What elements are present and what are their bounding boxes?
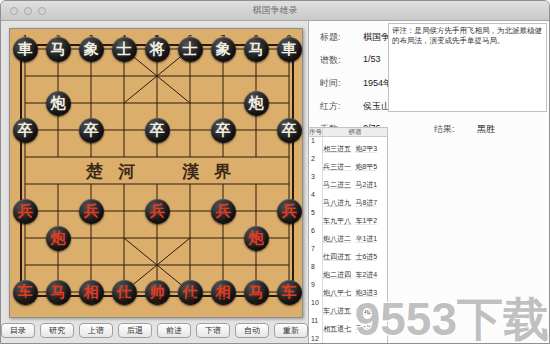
move-pair: 炮八进二 卒1进1	[323, 227, 387, 245]
move-pair: 兵三进一 炮8平5	[323, 155, 387, 173]
board-cell[interactable]: 車	[273, 36, 306, 63]
board-cell[interactable]: 卒	[273, 117, 306, 144]
field-title-label: 标题:	[320, 31, 363, 54]
move-list-row[interactable]: 1 相三进五 炮2平3	[309, 137, 387, 155]
black-move[interactable]: 车1平2	[355, 217, 377, 225]
toolbar-button-1[interactable]: 目录	[1, 323, 35, 338]
board-cell[interactable]	[207, 171, 240, 198]
black-move[interactable]: 炮2平3	[355, 145, 377, 153]
board-cell[interactable]: 兵	[9, 198, 42, 225]
move-number: 4	[309, 191, 323, 209]
board-cell[interactable]: 卒	[207, 117, 240, 144]
move-list-row[interactable]: 5 车九平八 车1平2	[309, 209, 387, 227]
black-piece[interactable]: 卒	[13, 118, 38, 143]
board-cell[interactable]	[108, 198, 141, 225]
board-cell[interactable]: 卒	[75, 117, 108, 144]
board-cell[interactable]	[75, 171, 108, 198]
comment-box: 评注：是局侯方先手用飞相局，为北派最稳健的布局法，演变成先手单提马局。	[388, 23, 547, 112]
board-cell[interactable]: 象	[75, 36, 108, 63]
move-list[interactable]: 序号 棋谱 1 相三进五 炮2平3 2 兵三进一 炮8平5 3 马二进三 马2进…	[309, 127, 388, 343]
toolbar-button-2[interactable]: 研究	[40, 323, 74, 338]
board-cell[interactable]	[207, 252, 240, 279]
move-list-row[interactable]: 2 兵三进一 炮8平5	[309, 155, 387, 173]
red-move[interactable]: 马八进九	[323, 199, 351, 207]
traffic-lights	[10, 7, 46, 15]
board-cell[interactable]: 士	[108, 36, 141, 63]
board-cell[interactable]	[108, 144, 141, 171]
board-cell[interactable]	[75, 63, 108, 90]
file-label: 一	[273, 295, 306, 306]
board-cell[interactable]	[141, 171, 174, 198]
board-cell[interactable]	[9, 90, 42, 117]
board-cell[interactable]	[273, 63, 306, 90]
move-number: 2	[309, 155, 323, 173]
board-cell[interactable]	[108, 225, 141, 252]
move-pair: 车九平八 车1平2	[323, 209, 387, 227]
window-title: 棋国争雄录	[253, 4, 298, 17]
board-cell[interactable]	[240, 198, 273, 225]
board-cell[interactable]	[42, 144, 75, 171]
board-cell[interactable]	[273, 225, 306, 252]
black-piece[interactable]: 卒	[145, 118, 170, 143]
board-cell[interactable]: 卒	[9, 117, 42, 144]
file-labels-red: 九八七六五四三二一	[9, 295, 306, 306]
black-piece[interactable]: 将	[145, 37, 170, 62]
board-cell[interactable]: 炮	[240, 225, 273, 252]
board-cell[interactable]	[174, 171, 207, 198]
field-number-label: 谱数:	[320, 54, 363, 77]
title-bar: 棋国争雄录	[1, 1, 549, 21]
board-cell[interactable]	[207, 144, 240, 171]
board-cell[interactable]	[141, 63, 174, 90]
file-label: 六	[108, 295, 141, 306]
red-move[interactable]: 马二进三	[323, 181, 351, 189]
board-cell[interactable]	[273, 90, 306, 117]
black-piece[interactable]: 马	[244, 37, 269, 62]
board-cell[interactable]	[174, 252, 207, 279]
file-label: 四	[174, 295, 207, 306]
board-cell[interactable]	[75, 225, 108, 252]
board-area: 123456789 楚河 漢界 車马象士将士象马車炮炮卒卒卒卒卒兵兵兵兵兵炮炮车…	[1, 21, 308, 343]
board-cell[interactable]	[42, 198, 75, 225]
move-list-row[interactable]: 11 相五退七 马1进2	[309, 317, 387, 335]
board-cell[interactable]	[273, 144, 306, 171]
black-piece[interactable]: 卒	[79, 118, 104, 143]
board-grid: 車马象士将士象马車炮炮卒卒卒卒卒兵兵兵兵兵炮炮车马相仕帅仕相马车	[9, 36, 306, 306]
move-list-header-no: 序号	[309, 128, 323, 136]
board-cell[interactable]	[9, 171, 42, 198]
move-list-row[interactable]: 4 马八进九 马8进7	[309, 191, 387, 209]
board-cell[interactable]	[174, 90, 207, 117]
move-list-header-move: 棋谱	[323, 128, 387, 136]
close-window-icon[interactable]	[10, 7, 18, 15]
board-cell[interactable]: 马	[240, 36, 273, 63]
red-move[interactable]: 炮八进二	[323, 235, 351, 243]
black-move[interactable]: 卒1进1	[355, 235, 377, 243]
board-cell[interactable]	[42, 171, 75, 198]
move-number: 3	[309, 173, 323, 191]
board-cell[interactable]	[75, 252, 108, 279]
move-pair: 炮二进四 车2进4	[323, 263, 387, 281]
board-cell[interactable]	[273, 252, 306, 279]
red-piece[interactable]: 兵	[211, 199, 236, 224]
red-move[interactable]: 兵三进一	[323, 163, 351, 171]
toolbar-button-5[interactable]: 前进	[157, 323, 191, 338]
move-list-row[interactable]: 8 炮二进四 车2进4	[309, 263, 387, 281]
board-cell[interactable]	[141, 144, 174, 171]
red-move[interactable]: 车八进五	[323, 307, 351, 315]
move-list-row[interactable]: 9 炮八平七 炮3进3	[309, 281, 387, 299]
black-piece[interactable]: 马	[46, 37, 71, 62]
field-result-value: 黑胜	[477, 123, 495, 146]
toolbar-button-7[interactable]: 自动	[235, 323, 269, 338]
minimize-window-icon[interactable]	[24, 7, 32, 15]
field-red-label: 红方:	[320, 100, 363, 123]
board-cell[interactable]: 兵	[141, 198, 174, 225]
move-list-row[interactable]: 10 车八进五 炮3进4	[309, 299, 387, 317]
red-piece[interactable]: 兵	[277, 199, 302, 224]
move-pair: 相五退七 马1进2	[323, 317, 387, 335]
board-cell[interactable]	[174, 117, 207, 144]
black-move[interactable]: 马1进2	[355, 325, 377, 333]
red-piece[interactable]: 兵	[79, 199, 104, 224]
board-cell[interactable]	[108, 63, 141, 90]
move-number: 7	[309, 245, 323, 263]
board-cell[interactable]	[207, 225, 240, 252]
board-cell[interactable]	[9, 144, 42, 171]
file-label: 三	[207, 295, 240, 306]
move-number: 11	[309, 317, 323, 335]
move-number: 6	[309, 227, 323, 245]
move-number: 10	[309, 299, 323, 317]
board-cell[interactable]	[273, 171, 306, 198]
move-pair: 相三进五 炮2平3	[323, 137, 387, 155]
red-piece[interactable]: 兵	[13, 199, 38, 224]
board-cell[interactable]	[240, 171, 273, 198]
board-cell[interactable]	[108, 117, 141, 144]
board-cell[interactable]: 象	[207, 36, 240, 63]
black-move[interactable]: 马8进7	[355, 199, 377, 207]
move-pair: 马二进三 马2进1	[323, 173, 387, 191]
move-list-row[interactable]: 7 仕四进五 士6进5	[309, 245, 387, 263]
red-piece[interactable]: 炮	[46, 226, 71, 251]
toolbar-button-3[interactable]: 上谱	[79, 323, 113, 338]
black-move[interactable]: 士6进5	[355, 253, 377, 261]
move-pair: 马八进九 马8进7	[323, 191, 387, 209]
app-window: 棋国争雄录 123456789 楚河 漢界 車马象士将士象马車炮炮卒卒卒卒卒兵兵…	[0, 0, 550, 344]
comment-text: 评注：是局侯方先手用飞相局，为北派最稳健的布局法，演变成先手单提马局。	[392, 26, 542, 45]
move-number: 12	[309, 335, 323, 343]
board-cell[interactable]: 兵	[273, 198, 306, 225]
field-number-value: 1/53	[363, 54, 381, 77]
board-cell[interactable]	[240, 117, 273, 144]
move-list-row[interactable]: 6 炮八进二 卒1进1	[309, 227, 387, 245]
black-piece[interactable]: 炮	[46, 91, 71, 116]
move-pair: 车八进五 炮3进4	[323, 299, 387, 317]
red-move[interactable]: 仕四进五	[323, 253, 351, 261]
board-cell[interactable]	[42, 63, 75, 90]
board-cell[interactable]	[207, 90, 240, 117]
black-move[interactable]: 车2进4	[355, 271, 377, 279]
xiangqi-board: 123456789 楚河 漢界 車马象士将士象马車炮炮卒卒卒卒卒兵兵兵兵兵炮炮车…	[9, 28, 303, 318]
toolbar-button-6[interactable]: 下谱	[196, 323, 230, 338]
board-cell[interactable]	[75, 144, 108, 171]
file-label: 八	[42, 295, 75, 306]
move-number: 1	[309, 137, 323, 155]
file-label: 七	[75, 295, 108, 306]
black-piece[interactable]: 卒	[211, 118, 236, 143]
black-piece[interactable]: 士	[178, 37, 203, 62]
board-cell[interactable]: 炮	[240, 90, 273, 117]
black-piece[interactable]: 象	[211, 37, 236, 62]
board-cell[interactable]: 兵	[75, 198, 108, 225]
board-cell[interactable]	[240, 144, 273, 171]
red-move[interactable]: 炮八平七	[323, 289, 351, 297]
board-cell[interactable]	[75, 90, 108, 117]
zoom-window-icon[interactable]	[38, 7, 46, 15]
info-panel: 标题: 棋国争雄录 上册 第1局 谱数: 1/53 时间: 1954年 红方: …	[308, 21, 549, 343]
toolbar: 目录研究上谱后退前进下谱自动重新	[1, 323, 308, 338]
toolbar-button-4[interactable]: 后退	[118, 323, 152, 338]
move-rows: 1 相三进五 炮2平3 2 兵三进一 炮8平5 3 马二进三 马2进1 4 马八…	[309, 137, 387, 343]
board-cell[interactable]	[108, 90, 141, 117]
board-cell[interactable]	[174, 63, 207, 90]
black-piece[interactable]: 卒	[277, 118, 302, 143]
red-piece[interactable]: 炮	[244, 226, 269, 251]
red-move[interactable]: 相三进五	[323, 145, 351, 153]
black-piece[interactable]: 車	[13, 37, 38, 62]
red-move[interactable]: 炮二进四	[323, 271, 351, 279]
move-list-row[interactable]: 12 兵七进一 炮5平3	[309, 335, 387, 343]
board-cell[interactable]	[174, 144, 207, 171]
black-move[interactable]: 炮8平5	[355, 163, 377, 171]
file-label: 五	[141, 295, 174, 306]
board-cell[interactable]	[207, 63, 240, 90]
board-cell[interactable]	[108, 171, 141, 198]
black-piece[interactable]: 炮	[244, 91, 269, 116]
file-label: 二	[240, 295, 273, 306]
board-cell[interactable]: 卒	[141, 117, 174, 144]
field-result-label: 结果:	[434, 123, 477, 146]
red-move[interactable]: 相五退七	[323, 325, 351, 333]
board-cell[interactable]: 炮	[42, 90, 75, 117]
board-cell[interactable]	[174, 198, 207, 225]
board-cell[interactable]	[174, 225, 207, 252]
board-cell[interactable]	[240, 252, 273, 279]
move-number: 5	[309, 209, 323, 227]
move-list-row[interactable]: 3 马二进三 马2进1	[309, 173, 387, 191]
red-piece[interactable]: 兵	[145, 199, 170, 224]
black-move[interactable]: 炮3进4	[355, 307, 377, 315]
board-cell[interactable]	[9, 252, 42, 279]
board-cell[interactable]: 車	[9, 36, 42, 63]
board-cell[interactable]	[108, 252, 141, 279]
board-cell[interactable]: 士	[174, 36, 207, 63]
board-cell[interactable]: 兵	[207, 198, 240, 225]
move-list-header: 序号 棋谱	[309, 128, 387, 137]
black-move[interactable]: 炮3进3	[355, 289, 377, 297]
board-cell[interactable]	[141, 252, 174, 279]
file-label: 九	[9, 295, 42, 306]
black-piece[interactable]: 士	[112, 37, 137, 62]
board-cell[interactable]	[141, 90, 174, 117]
board-cell[interactable]: 炮	[42, 225, 75, 252]
move-number: 9	[309, 281, 323, 299]
board-cell[interactable]	[141, 225, 174, 252]
board-cell[interactable]	[240, 63, 273, 90]
board-cell[interactable]	[42, 252, 75, 279]
move-pair: 仕四进五 士6进5	[323, 245, 387, 263]
field-time-label: 时间:	[320, 77, 363, 100]
black-piece[interactable]: 象	[79, 37, 104, 62]
board-cell[interactable]	[9, 63, 42, 90]
black-move[interactable]: 马2进1	[355, 181, 377, 189]
black-piece[interactable]: 車	[277, 37, 302, 62]
toolbar-button-8[interactable]: 重新	[274, 323, 308, 338]
move-number: 8	[309, 263, 323, 281]
board-cell[interactable]	[9, 225, 42, 252]
board-cell[interactable]: 将	[141, 36, 174, 63]
move-pair: 兵七进一 炮5平3	[323, 335, 387, 343]
move-pair: 炮八平七 炮3进3	[323, 281, 387, 299]
board-cell[interactable]	[42, 117, 75, 144]
board-cell[interactable]: 马	[42, 36, 75, 63]
red-move[interactable]: 车九平八	[323, 217, 351, 225]
